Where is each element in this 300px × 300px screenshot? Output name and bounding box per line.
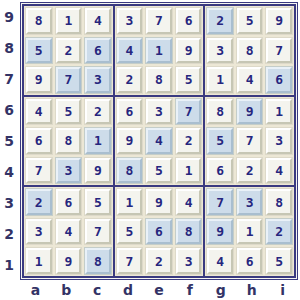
- col-label-g: g: [205, 280, 236, 299]
- cell-f5[interactable]: 2: [176, 128, 202, 154]
- cell-f6[interactable]: 7: [176, 99, 202, 125]
- cell-g5[interactable]: 5: [207, 128, 233, 154]
- row-label-9: 9: [0, 2, 18, 33]
- cell-b7[interactable]: 7: [56, 67, 82, 93]
- cell-i1[interactable]: 5: [266, 248, 292, 274]
- cell-f4[interactable]: 1: [176, 158, 202, 184]
- cell-h3[interactable]: 3: [237, 189, 263, 215]
- cell-d3[interactable]: 1: [117, 189, 143, 215]
- cell-e2[interactable]: 6: [146, 219, 172, 245]
- sudoku-board: 8145269733764192852593871464526817396379…: [20, 2, 298, 280]
- cell-h2[interactable]: 1: [237, 219, 263, 245]
- cell-h9[interactable]: 5: [237, 8, 263, 34]
- cell-f9[interactable]: 6: [176, 8, 202, 34]
- cell-c6[interactable]: 2: [85, 99, 111, 125]
- cell-i9[interactable]: 9: [266, 8, 292, 34]
- cell-a2[interactable]: 3: [26, 219, 52, 245]
- row-label-2: 2: [0, 218, 18, 249]
- cell-h4[interactable]: 2: [237, 158, 263, 184]
- cell-h7[interactable]: 4: [237, 67, 263, 93]
- cell-d9[interactable]: 3: [117, 8, 143, 34]
- box-2-2: 738912465: [204, 186, 295, 277]
- cell-b4[interactable]: 3: [56, 158, 82, 184]
- cell-b5[interactable]: 8: [56, 128, 82, 154]
- cell-b3[interactable]: 6: [56, 189, 82, 215]
- cell-g8[interactable]: 3: [207, 38, 233, 64]
- cell-d8[interactable]: 4: [117, 38, 143, 64]
- cell-f7[interactable]: 5: [176, 67, 202, 93]
- row-label-8: 8: [0, 33, 18, 64]
- cell-i7[interactable]: 6: [266, 67, 292, 93]
- cell-e8[interactable]: 1: [146, 38, 172, 64]
- cell-f3[interactable]: 4: [176, 189, 202, 215]
- box-2-0: 265347198: [23, 186, 114, 277]
- row-label-6: 6: [0, 95, 18, 126]
- box-1-0: 452681739: [23, 96, 114, 187]
- cell-f1[interactable]: 3: [176, 248, 202, 274]
- cell-d2[interactable]: 5: [117, 219, 143, 245]
- box-0-0: 814526973: [23, 5, 114, 96]
- cell-g9[interactable]: 2: [207, 8, 233, 34]
- cell-g2[interactable]: 9: [207, 219, 233, 245]
- cell-a3[interactable]: 2: [26, 189, 52, 215]
- cell-g3[interactable]: 7: [207, 189, 233, 215]
- sudoku-grid: 8145269733764192852593871464526817396379…: [22, 4, 296, 278]
- cell-h1[interactable]: 6: [237, 248, 263, 274]
- cell-c4[interactable]: 9: [85, 158, 111, 184]
- column-labels: abcdefghi: [20, 280, 298, 299]
- col-label-d: d: [113, 280, 144, 299]
- cell-b6[interactable]: 5: [56, 99, 82, 125]
- row-label-5: 5: [0, 126, 18, 157]
- cell-i4[interactable]: 4: [266, 158, 292, 184]
- col-label-i: i: [267, 280, 298, 299]
- box-1-2: 891573624: [204, 96, 295, 187]
- col-label-b: b: [51, 280, 82, 299]
- cell-i2[interactable]: 2: [266, 219, 292, 245]
- cell-i6[interactable]: 1: [266, 99, 292, 125]
- cell-c8[interactable]: 6: [85, 38, 111, 64]
- col-label-f: f: [174, 280, 205, 299]
- sudoku-app: 987654321 814526973376419285259387146452…: [0, 0, 300, 300]
- cell-e1[interactable]: 2: [146, 248, 172, 274]
- cell-e9[interactable]: 7: [146, 8, 172, 34]
- row-labels: 987654321: [0, 2, 18, 280]
- cell-g6[interactable]: 8: [207, 99, 233, 125]
- row-label-3: 3: [0, 187, 18, 218]
- cell-i5[interactable]: 3: [266, 128, 292, 154]
- box-0-2: 259387146: [204, 5, 295, 96]
- cell-c5[interactable]: 1: [85, 128, 111, 154]
- cell-a9[interactable]: 8: [26, 8, 52, 34]
- cell-f2[interactable]: 8: [176, 219, 202, 245]
- cell-f8[interactable]: 9: [176, 38, 202, 64]
- cell-c1[interactable]: 8: [85, 248, 111, 274]
- box-1-1: 637942851: [114, 96, 205, 187]
- row-label-1: 1: [0, 249, 18, 280]
- cell-a5[interactable]: 6: [26, 128, 52, 154]
- cell-a8[interactable]: 5: [26, 38, 52, 64]
- cell-e6[interactable]: 3: [146, 99, 172, 125]
- cell-a7[interactable]: 9: [26, 67, 52, 93]
- cell-b1[interactable]: 9: [56, 248, 82, 274]
- row-label-7: 7: [0, 64, 18, 95]
- cell-b2[interactable]: 4: [56, 219, 82, 245]
- cell-b9[interactable]: 1: [56, 8, 82, 34]
- cell-a1[interactable]: 1: [26, 248, 52, 274]
- box-2-1: 194568723: [114, 186, 205, 277]
- cell-h5[interactable]: 7: [237, 128, 263, 154]
- cell-c9[interactable]: 4: [85, 8, 111, 34]
- cell-g1[interactable]: 4: [207, 248, 233, 274]
- cell-d5[interactable]: 9: [117, 128, 143, 154]
- cell-d6[interactable]: 6: [117, 99, 143, 125]
- cell-e7[interactable]: 8: [146, 67, 172, 93]
- cell-b8[interactable]: 2: [56, 38, 82, 64]
- cell-g7[interactable]: 1: [207, 67, 233, 93]
- cell-g4[interactable]: 6: [207, 158, 233, 184]
- cell-a4[interactable]: 7: [26, 158, 52, 184]
- col-label-e: e: [144, 280, 175, 299]
- cell-d1[interactable]: 7: [117, 248, 143, 274]
- cell-e5[interactable]: 4: [146, 128, 172, 154]
- cell-i3[interactable]: 8: [266, 189, 292, 215]
- cell-a6[interactable]: 4: [26, 99, 52, 125]
- col-label-c: c: [82, 280, 113, 299]
- cell-d7[interactable]: 2: [117, 67, 143, 93]
- cell-c7[interactable]: 3: [85, 67, 111, 93]
- cell-c2[interactable]: 7: [85, 219, 111, 245]
- cell-d4[interactable]: 8: [117, 158, 143, 184]
- cell-i8[interactable]: 7: [266, 38, 292, 64]
- col-label-h: h: [236, 280, 267, 299]
- row-label-4: 4: [0, 156, 18, 187]
- cell-c3[interactable]: 5: [85, 189, 111, 215]
- cell-e4[interactable]: 5: [146, 158, 172, 184]
- cell-e3[interactable]: 9: [146, 189, 172, 215]
- col-label-a: a: [20, 280, 51, 299]
- box-0-1: 376419285: [114, 5, 205, 96]
- cell-h8[interactable]: 8: [237, 38, 263, 64]
- cell-h6[interactable]: 9: [237, 99, 263, 125]
